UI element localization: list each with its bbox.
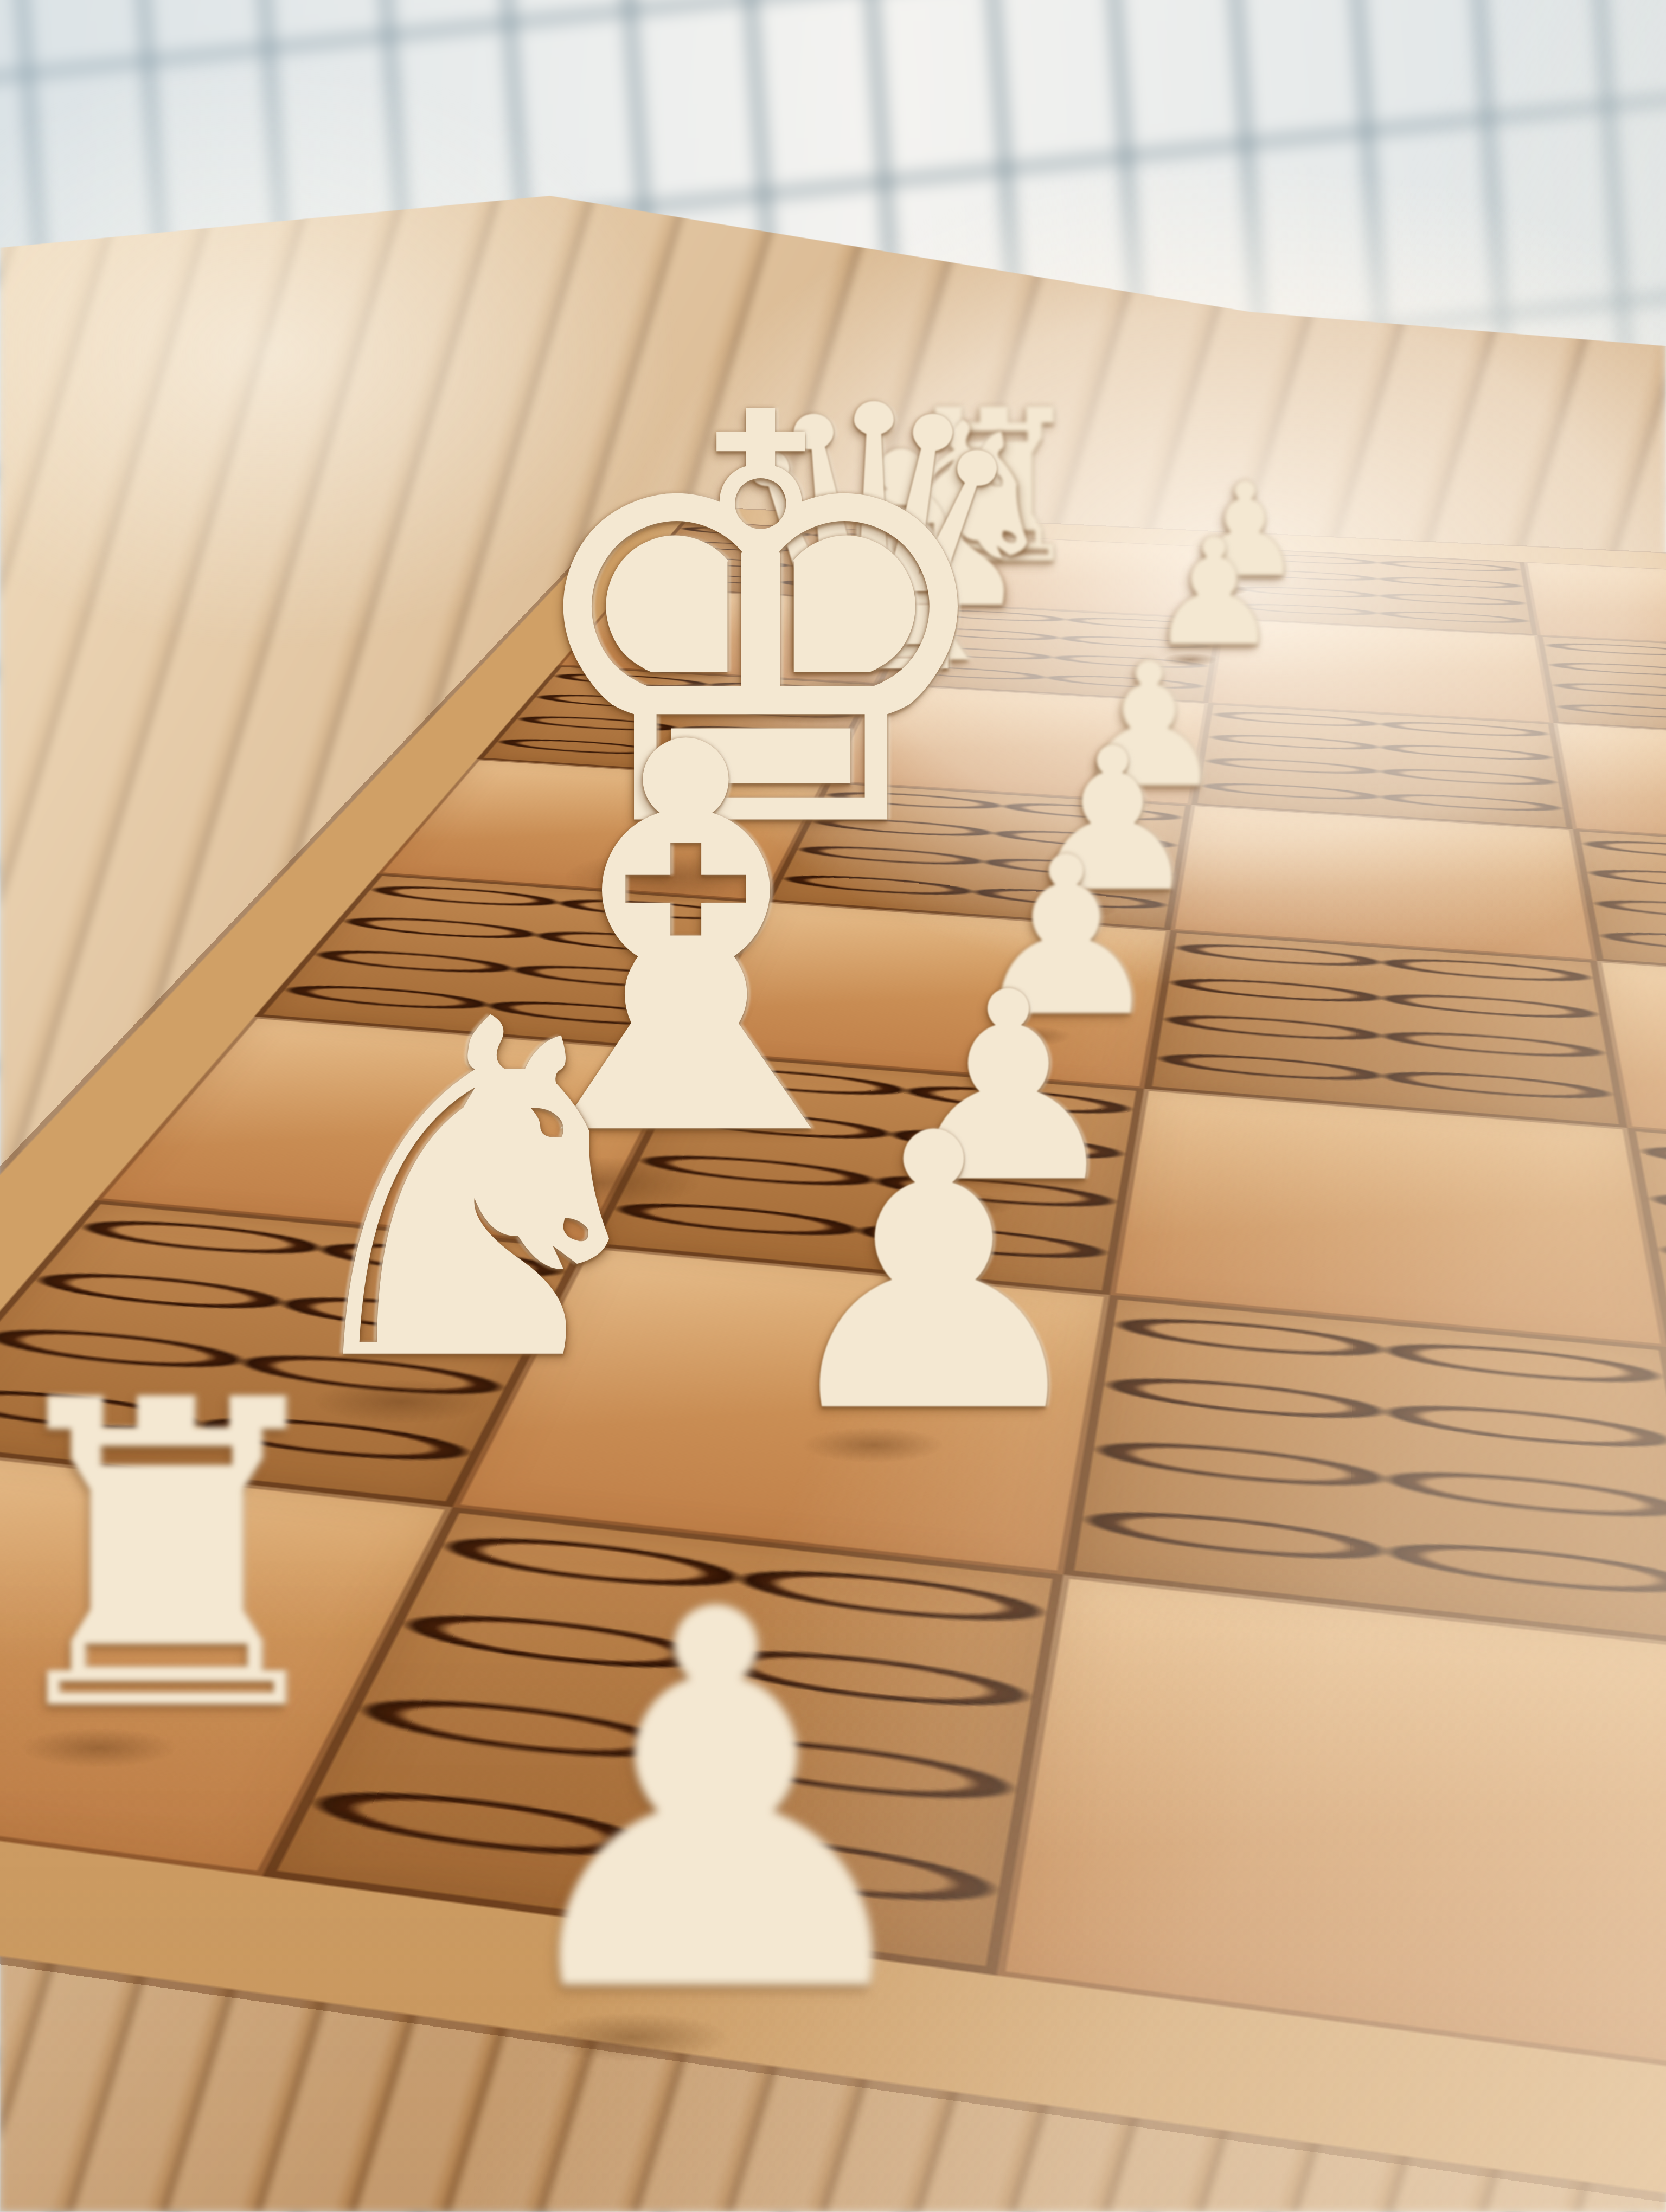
scene: ♜♟♞♟♝♟♛♟♚♟♝♟♞♟♜♟ <box>0 0 1666 2212</box>
piece-white-pawn-h2: ♟ <box>482 1565 949 2044</box>
piece-white-rook-h1: ♜ <box>0 1364 356 1753</box>
photo-of-chess-position: ♜♟♞♟♝♟♛♟♚♟♝♟♞♟♜♟ <box>0 0 1666 2212</box>
pieces-layer: ♜♟♞♟♝♟♛♟♚♟♝♟♞♟♜♟ <box>0 0 1666 2212</box>
piece-white-pawn-g2: ♟ <box>763 1101 1104 1450</box>
